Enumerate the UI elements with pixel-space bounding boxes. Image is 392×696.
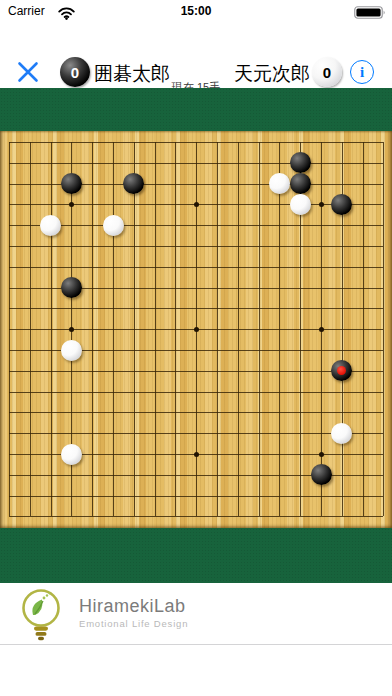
white-captures-badge: 0 xyxy=(312,57,342,87)
app-screen: Carrier 15:00 0 囲碁太郎 xyxy=(0,0,392,696)
hoshi-point xyxy=(319,327,324,332)
carrier-label: Carrier xyxy=(8,4,45,18)
ad-banner[interactable]: HiramekiLab Emotional Life Design + ÷ × … xyxy=(0,583,392,645)
stone-black-D12[interactable] xyxy=(61,277,82,298)
stone-white-F15[interactable] xyxy=(103,215,124,236)
stone-white-D9[interactable] xyxy=(61,340,82,361)
stone-white-C15[interactable] xyxy=(40,215,61,236)
hoshi-point xyxy=(194,202,199,207)
grid-line-h xyxy=(9,371,383,372)
grid-line-v xyxy=(259,142,260,516)
hoshi-point xyxy=(194,327,199,332)
stone-black-P18[interactable] xyxy=(290,152,311,173)
stone-white-O17[interactable] xyxy=(269,173,290,194)
lightbulb-logo-icon xyxy=(13,584,71,648)
hoshi-point xyxy=(319,452,324,457)
info-icon[interactable]: i xyxy=(350,60,374,84)
stone-black-Q3[interactable] xyxy=(311,464,332,485)
hoshi-point xyxy=(69,202,74,207)
stone-black-R16[interactable] xyxy=(331,194,352,215)
felt-band-top xyxy=(0,88,392,131)
info-glyph: i xyxy=(360,65,364,80)
stone-white-D4[interactable] xyxy=(61,444,82,465)
stone-black-R8[interactable] xyxy=(331,360,352,381)
bottom-toolbar: 黒番 白番 固定 xyxy=(0,645,392,696)
hoshi-point xyxy=(194,452,199,457)
ad-tagline-text: Emotional Life Design xyxy=(79,618,188,629)
grid-line-h xyxy=(9,392,383,393)
stone-black-D17[interactable] xyxy=(61,173,82,194)
black-captures-count: 0 xyxy=(71,64,79,81)
grid-line-v xyxy=(217,142,218,516)
grid-line-v xyxy=(279,142,280,516)
status-bar: Carrier 15:00 xyxy=(0,0,392,22)
white-captures-count: 0 xyxy=(323,64,331,81)
grid-line-v xyxy=(383,142,384,516)
grid-line-v xyxy=(363,142,364,516)
stone-white-P16[interactable] xyxy=(290,194,311,215)
stone-white-R5[interactable] xyxy=(331,423,352,444)
go-board[interactable] xyxy=(0,131,392,528)
felt-band-bottom xyxy=(0,528,392,583)
hoshi-point xyxy=(69,327,74,332)
grid-line-v xyxy=(238,142,239,516)
grid-line-h xyxy=(9,496,383,497)
grid-line-h xyxy=(9,516,383,517)
battery-icon xyxy=(354,5,387,23)
black-captures-badge: 0 xyxy=(60,57,90,87)
black-player-name: 囲碁太郎 xyxy=(94,61,170,87)
ad-brand-text: HiramekiLab xyxy=(79,596,188,616)
last-move-marker xyxy=(337,366,346,375)
grid-line-h xyxy=(9,412,383,413)
stone-black-G17[interactable] xyxy=(123,173,144,194)
grid-line-h xyxy=(9,433,383,434)
close-icon[interactable] xyxy=(17,61,39,83)
ad-brand-block: HiramekiLab Emotional Life Design xyxy=(79,596,188,629)
stone-black-P17[interactable] xyxy=(290,173,311,194)
white-player-name: 天元次郎 xyxy=(234,61,310,87)
hoshi-point xyxy=(319,202,324,207)
nav-bar: 0 囲碁太郎 現在 15手 天元次郎 0 i xyxy=(0,22,392,88)
